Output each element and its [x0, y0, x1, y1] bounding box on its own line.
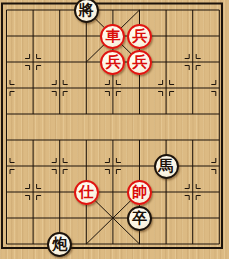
piece-red-soldier[interactable]: 兵 [127, 50, 152, 75]
piece-red-chariot[interactable]: 車 [100, 24, 125, 49]
piece-black-cannon[interactable]: 炮 [47, 232, 72, 257]
piece-black-soldier[interactable]: 卒 [127, 206, 152, 231]
piece-black-horse[interactable]: 馬 [154, 154, 179, 179]
piece-black-general[interactable]: 將 [74, 0, 99, 23]
piece-red-general[interactable]: 帥 [127, 180, 152, 205]
piece-red-advisor[interactable]: 仕 [74, 180, 99, 205]
xiangqi-board[interactable]: 將車兵兵兵馬仕帥卒炮 [0, 0, 229, 259]
piece-red-soldier[interactable]: 兵 [127, 24, 152, 49]
piece-red-soldier[interactable]: 兵 [100, 50, 125, 75]
